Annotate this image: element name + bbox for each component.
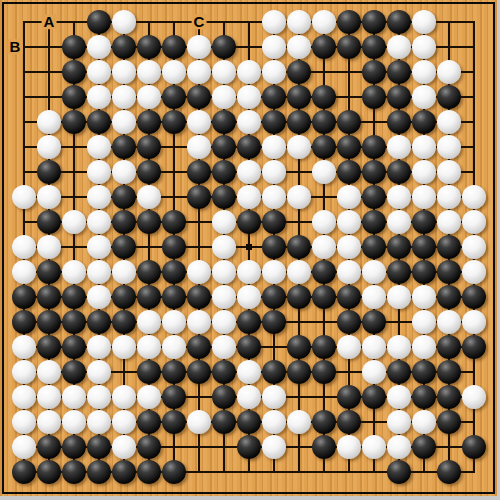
stone-black[interactable]	[187, 185, 211, 209]
stone-black[interactable]	[137, 35, 161, 59]
stone-white[interactable]	[412, 185, 436, 209]
stone-black[interactable]	[37, 460, 61, 484]
stone-white[interactable]	[237, 110, 261, 134]
stone-black[interactable]	[87, 310, 111, 334]
stone-white[interactable]	[237, 260, 261, 284]
stone-black[interactable]	[387, 10, 411, 34]
stone-black[interactable]	[437, 260, 461, 284]
stone-white[interactable]	[362, 285, 386, 309]
stone-white[interactable]	[137, 60, 161, 84]
stone-black[interactable]	[337, 35, 361, 59]
stone-white[interactable]	[87, 60, 111, 84]
stone-black[interactable]	[212, 385, 236, 409]
stone-black[interactable]	[87, 110, 111, 134]
stone-black[interactable]	[287, 60, 311, 84]
stone-black[interactable]	[137, 135, 161, 159]
stone-black[interactable]	[362, 185, 386, 209]
stone-black[interactable]	[162, 260, 186, 284]
stone-black[interactable]	[187, 160, 211, 184]
stone-black[interactable]	[137, 285, 161, 309]
stone-black[interactable]	[37, 335, 61, 359]
stone-white[interactable]	[387, 135, 411, 159]
stone-black[interactable]	[112, 285, 136, 309]
stone-white[interactable]	[62, 385, 86, 409]
stone-black[interactable]	[262, 310, 286, 334]
stone-white[interactable]	[337, 335, 361, 359]
stone-white[interactable]	[437, 310, 461, 334]
stone-white[interactable]	[87, 235, 111, 259]
stone-white[interactable]	[262, 385, 286, 409]
stone-black[interactable]	[162, 460, 186, 484]
stone-black[interactable]	[362, 85, 386, 109]
stone-black[interactable]	[137, 160, 161, 184]
stone-black[interactable]	[12, 460, 36, 484]
stone-black[interactable]	[312, 110, 336, 134]
stone-white[interactable]	[262, 35, 286, 59]
stone-black[interactable]	[337, 10, 361, 34]
stone-white[interactable]	[137, 310, 161, 334]
stone-white[interactable]	[87, 85, 111, 109]
stone-white[interactable]	[187, 310, 211, 334]
stone-white[interactable]	[12, 385, 36, 409]
stone-black[interactable]	[62, 285, 86, 309]
stone-black[interactable]	[437, 385, 461, 409]
stone-black[interactable]	[162, 85, 186, 109]
stone-black[interactable]	[412, 110, 436, 134]
stone-white[interactable]	[187, 260, 211, 284]
stone-white[interactable]	[37, 235, 61, 259]
stone-white[interactable]	[212, 310, 236, 334]
stone-black[interactable]	[462, 285, 486, 309]
stone-black[interactable]	[237, 135, 261, 159]
stone-white[interactable]	[312, 210, 336, 234]
stone-black[interactable]	[262, 235, 286, 259]
stone-black[interactable]	[337, 285, 361, 309]
stone-black[interactable]	[112, 460, 136, 484]
stone-black[interactable]	[437, 235, 461, 259]
stone-black[interactable]	[337, 160, 361, 184]
stone-black[interactable]	[162, 360, 186, 384]
stone-white[interactable]	[62, 410, 86, 434]
stone-black[interactable]	[387, 260, 411, 284]
stone-white[interactable]	[187, 410, 211, 434]
stone-white[interactable]	[137, 185, 161, 209]
stone-black[interactable]	[312, 410, 336, 434]
stone-black[interactable]	[62, 360, 86, 384]
stone-black[interactable]	[262, 110, 286, 134]
stone-white[interactable]	[237, 160, 261, 184]
stone-white[interactable]	[37, 410, 61, 434]
stone-white[interactable]	[312, 160, 336, 184]
stone-white[interactable]	[287, 410, 311, 434]
stone-black[interactable]	[187, 360, 211, 384]
stone-black[interactable]	[162, 210, 186, 234]
stone-white[interactable]	[387, 210, 411, 234]
stone-white[interactable]	[462, 310, 486, 334]
stone-black[interactable]	[137, 360, 161, 384]
stone-white[interactable]	[112, 435, 136, 459]
stone-white[interactable]	[87, 385, 111, 409]
stone-white[interactable]	[387, 285, 411, 309]
stone-white[interactable]	[237, 60, 261, 84]
stone-white[interactable]	[462, 210, 486, 234]
stone-white[interactable]	[237, 385, 261, 409]
stone-black[interactable]	[462, 335, 486, 359]
stone-black[interactable]	[62, 460, 86, 484]
stone-black[interactable]	[162, 410, 186, 434]
point-label-a: A	[42, 14, 57, 29]
stone-black[interactable]	[387, 60, 411, 84]
stone-black[interactable]	[162, 35, 186, 59]
stone-black[interactable]	[362, 135, 386, 159]
stone-white[interactable]	[387, 335, 411, 359]
stone-white[interactable]	[87, 410, 111, 434]
stone-black[interactable]	[387, 110, 411, 134]
stone-white[interactable]	[37, 385, 61, 409]
stone-white[interactable]	[312, 235, 336, 259]
stone-black[interactable]	[237, 435, 261, 459]
stone-black[interactable]	[237, 210, 261, 234]
stone-white[interactable]	[87, 185, 111, 209]
stone-white[interactable]	[87, 210, 111, 234]
stone-white[interactable]	[262, 135, 286, 159]
stone-black[interactable]	[412, 385, 436, 409]
stone-black[interactable]	[187, 85, 211, 109]
stone-black[interactable]	[312, 285, 336, 309]
stone-black[interactable]	[287, 360, 311, 384]
stone-black[interactable]	[12, 285, 36, 309]
star-point	[246, 244, 252, 250]
stone-white[interactable]	[87, 335, 111, 359]
stone-black[interactable]	[112, 185, 136, 209]
stone-black[interactable]	[37, 285, 61, 309]
stone-white[interactable]	[187, 110, 211, 134]
stone-white[interactable]	[262, 410, 286, 434]
stone-white[interactable]	[262, 260, 286, 284]
stone-black[interactable]	[212, 360, 236, 384]
stone-white[interactable]	[287, 35, 311, 59]
stone-white[interactable]	[87, 360, 111, 384]
window-edge-bottom	[0, 496, 500, 500]
stone-black[interactable]	[462, 435, 486, 459]
stone-black[interactable]	[162, 385, 186, 409]
stone-white[interactable]	[87, 260, 111, 284]
stone-black[interactable]	[112, 135, 136, 159]
stone-white[interactable]	[287, 135, 311, 159]
stone-white[interactable]	[287, 185, 311, 209]
stone-black[interactable]	[212, 135, 236, 159]
stone-white[interactable]	[212, 285, 236, 309]
stone-white[interactable]	[12, 360, 36, 384]
stone-white[interactable]	[137, 85, 161, 109]
stone-black[interactable]	[437, 285, 461, 309]
stone-black[interactable]	[287, 110, 311, 134]
stone-white[interactable]	[212, 235, 236, 259]
stone-white[interactable]	[12, 185, 36, 209]
stone-black[interactable]	[437, 410, 461, 434]
stone-white[interactable]	[112, 10, 136, 34]
stone-black[interactable]	[212, 110, 236, 134]
stone-black[interactable]	[62, 110, 86, 134]
stone-white[interactable]	[237, 185, 261, 209]
stone-white[interactable]	[412, 35, 436, 59]
stone-black[interactable]	[262, 210, 286, 234]
stone-black[interactable]	[112, 310, 136, 334]
stone-black[interactable]	[437, 335, 461, 359]
stone-white[interactable]	[212, 335, 236, 359]
stone-white[interactable]	[412, 85, 436, 109]
point-label-b: B	[8, 39, 23, 54]
stone-black[interactable]	[137, 210, 161, 234]
stone-black[interactable]	[62, 435, 86, 459]
stone-black[interactable]	[287, 285, 311, 309]
stone-black[interactable]	[387, 360, 411, 384]
stone-black[interactable]	[37, 260, 61, 284]
stone-black[interactable]	[37, 310, 61, 334]
stone-black[interactable]	[62, 60, 86, 84]
stone-white[interactable]	[437, 160, 461, 184]
stone-black[interactable]	[362, 60, 386, 84]
stone-white[interactable]	[262, 160, 286, 184]
stone-white[interactable]	[387, 185, 411, 209]
stone-black[interactable]	[112, 210, 136, 234]
stone-black[interactable]	[412, 235, 436, 259]
stone-white[interactable]	[337, 210, 361, 234]
stone-black[interactable]	[137, 460, 161, 484]
stone-white[interactable]	[112, 385, 136, 409]
stone-black[interactable]	[212, 35, 236, 59]
stone-white[interactable]	[112, 335, 136, 359]
stone-black[interactable]	[237, 410, 261, 434]
stone-white[interactable]	[262, 435, 286, 459]
stone-black[interactable]	[87, 460, 111, 484]
stone-black[interactable]	[412, 435, 436, 459]
stone-black[interactable]	[312, 35, 336, 59]
stone-white[interactable]	[362, 360, 386, 384]
stone-black[interactable]	[312, 360, 336, 384]
stone-white[interactable]	[337, 185, 361, 209]
stone-black[interactable]	[237, 310, 261, 334]
stone-black[interactable]	[262, 85, 286, 109]
stone-black[interactable]	[312, 85, 336, 109]
stone-black[interactable]	[212, 410, 236, 434]
stone-white[interactable]	[462, 235, 486, 259]
stone-white[interactable]	[112, 85, 136, 109]
stone-white[interactable]	[412, 10, 436, 34]
stone-white[interactable]	[262, 10, 286, 34]
stone-black[interactable]	[312, 435, 336, 459]
stone-black[interactable]	[337, 310, 361, 334]
stone-white[interactable]	[437, 110, 461, 134]
stone-white[interactable]	[162, 310, 186, 334]
stone-white[interactable]	[387, 385, 411, 409]
stone-white[interactable]	[237, 285, 261, 309]
stone-black[interactable]	[362, 310, 386, 334]
stone-black[interactable]	[362, 385, 386, 409]
stone-black[interactable]	[137, 410, 161, 434]
stone-black[interactable]	[362, 160, 386, 184]
stone-black[interactable]	[262, 360, 286, 384]
stone-white[interactable]	[337, 235, 361, 259]
stone-white[interactable]	[112, 260, 136, 284]
stone-white[interactable]	[62, 260, 86, 284]
stone-white[interactable]	[87, 135, 111, 159]
stone-black[interactable]	[12, 310, 36, 334]
stone-black[interactable]	[137, 260, 161, 284]
stone-white[interactable]	[187, 135, 211, 159]
stone-white[interactable]	[37, 360, 61, 384]
stone-white[interactable]	[37, 110, 61, 134]
stone-black[interactable]	[87, 435, 111, 459]
stone-black[interactable]	[187, 335, 211, 359]
stone-white[interactable]	[37, 135, 61, 159]
stone-white[interactable]	[12, 260, 36, 284]
stone-white[interactable]	[262, 60, 286, 84]
stone-black[interactable]	[387, 235, 411, 259]
stone-black[interactable]	[387, 160, 411, 184]
stone-white[interactable]	[412, 335, 436, 359]
stone-white[interactable]	[462, 185, 486, 209]
stone-black[interactable]	[337, 110, 361, 134]
stone-black[interactable]	[37, 210, 61, 234]
stone-black[interactable]	[312, 335, 336, 359]
stone-black[interactable]	[412, 360, 436, 384]
stone-black[interactable]	[237, 335, 261, 359]
stone-black[interactable]	[37, 435, 61, 459]
stone-white[interactable]	[312, 10, 336, 34]
stone-black[interactable]	[287, 235, 311, 259]
stone-white[interactable]	[362, 435, 386, 459]
stone-black[interactable]	[312, 135, 336, 159]
stone-white[interactable]	[237, 85, 261, 109]
stone-black[interactable]	[162, 235, 186, 259]
stone-black[interactable]	[387, 460, 411, 484]
stone-white[interactable]	[387, 35, 411, 59]
stone-black[interactable]	[362, 10, 386, 34]
stone-white[interactable]	[212, 210, 236, 234]
stone-black[interactable]	[162, 110, 186, 134]
stone-white[interactable]	[87, 285, 111, 309]
stone-white[interactable]	[337, 260, 361, 284]
go-board[interactable]: ABC	[0, 0, 500, 500]
stone-black[interactable]	[87, 10, 111, 34]
stone-black[interactable]	[337, 135, 361, 159]
stone-white[interactable]	[212, 260, 236, 284]
stone-black[interactable]	[412, 260, 436, 284]
stone-black[interactable]	[437, 360, 461, 384]
stone-white[interactable]	[187, 60, 211, 84]
stone-black[interactable]	[212, 185, 236, 209]
stone-white[interactable]	[412, 285, 436, 309]
stone-black[interactable]	[62, 335, 86, 359]
stone-black[interactable]	[387, 85, 411, 109]
stone-white[interactable]	[112, 110, 136, 134]
stone-black[interactable]	[187, 285, 211, 309]
stone-white[interactable]	[112, 60, 136, 84]
stone-white[interactable]	[287, 260, 311, 284]
stone-white[interactable]	[37, 185, 61, 209]
stone-white[interactable]	[412, 410, 436, 434]
stone-black[interactable]	[112, 235, 136, 259]
stone-black[interactable]	[262, 285, 286, 309]
stone-white[interactable]	[137, 335, 161, 359]
stone-black[interactable]	[62, 35, 86, 59]
stone-white[interactable]	[87, 35, 111, 59]
stone-white[interactable]	[112, 410, 136, 434]
stone-black[interactable]	[62, 310, 86, 334]
stone-black[interactable]	[437, 85, 461, 109]
stone-white[interactable]	[237, 360, 261, 384]
stone-white[interactable]	[437, 135, 461, 159]
stone-white[interactable]	[412, 310, 436, 334]
stone-black[interactable]	[212, 160, 236, 184]
stone-white[interactable]	[12, 410, 36, 434]
stone-white[interactable]	[12, 335, 36, 359]
stone-white[interactable]	[462, 260, 486, 284]
stone-white[interactable]	[12, 435, 36, 459]
stone-black[interactable]	[112, 35, 136, 59]
stone-black[interactable]	[62, 85, 86, 109]
stone-white[interactable]	[412, 60, 436, 84]
stone-white[interactable]	[87, 160, 111, 184]
stone-black[interactable]	[312, 260, 336, 284]
stone-white[interactable]	[187, 35, 211, 59]
stone-black[interactable]	[137, 435, 161, 459]
stone-black[interactable]	[37, 160, 61, 184]
stone-white[interactable]	[437, 60, 461, 84]
stone-white[interactable]	[437, 185, 461, 209]
stone-black[interactable]	[162, 285, 186, 309]
stone-white[interactable]	[337, 435, 361, 459]
stone-white[interactable]	[262, 185, 286, 209]
stone-white[interactable]	[387, 410, 411, 434]
stone-white[interactable]	[287, 10, 311, 34]
stone-white[interactable]	[162, 60, 186, 84]
stone-white[interactable]	[162, 335, 186, 359]
stone-white[interactable]	[437, 210, 461, 234]
stone-black[interactable]	[362, 35, 386, 59]
stone-black[interactable]	[412, 210, 436, 234]
stone-white[interactable]	[12, 235, 36, 259]
stone-black[interactable]	[337, 410, 361, 434]
point-label-c: C	[192, 14, 207, 29]
stone-white[interactable]	[212, 60, 236, 84]
stone-white[interactable]	[362, 335, 386, 359]
stone-white[interactable]	[462, 385, 486, 409]
stone-black[interactable]	[287, 85, 311, 109]
stone-black[interactable]	[137, 110, 161, 134]
stone-black[interactable]	[287, 335, 311, 359]
stone-white[interactable]	[387, 435, 411, 459]
stone-white[interactable]	[212, 85, 236, 109]
stone-black[interactable]	[362, 210, 386, 234]
stone-white[interactable]	[62, 210, 86, 234]
stone-black[interactable]	[362, 235, 386, 259]
stone-black[interactable]	[437, 460, 461, 484]
stone-white[interactable]	[362, 260, 386, 284]
stone-black[interactable]	[337, 385, 361, 409]
stone-white[interactable]	[137, 385, 161, 409]
stone-white[interactable]	[412, 160, 436, 184]
stone-white[interactable]	[412, 135, 436, 159]
stone-white[interactable]	[112, 160, 136, 184]
